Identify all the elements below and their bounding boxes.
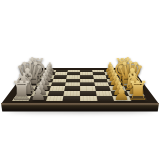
- board-squares-grid: [12, 69, 149, 100]
- board-square[interactable]: [80, 90, 96, 95]
- board-square[interactable]: [40, 75, 54, 78]
- board-square[interactable]: [120, 78, 136, 82]
- board-square[interactable]: [94, 82, 109, 86]
- board-square[interactable]: [46, 95, 64, 100]
- board-square[interactable]: [48, 90, 65, 95]
- board-square[interactable]: [34, 86, 51, 90]
- board-square[interactable]: [122, 82, 139, 86]
- board-square[interactable]: [95, 90, 112, 95]
- board-square[interactable]: [66, 78, 80, 82]
- board-square[interactable]: [124, 86, 142, 90]
- board-square[interactable]: [80, 82, 95, 86]
- board-square[interactable]: [65, 86, 80, 90]
- board-square[interactable]: [129, 95, 149, 100]
- chess-board: [1, 67, 159, 103]
- board-square[interactable]: [51, 82, 66, 86]
- board-square[interactable]: [29, 95, 48, 100]
- board-square[interactable]: [96, 95, 114, 100]
- board-square[interactable]: [65, 82, 80, 86]
- board-square[interactable]: [80, 78, 94, 82]
- board-square[interactable]: [53, 75, 67, 78]
- board-square[interactable]: [38, 78, 53, 82]
- board-square[interactable]: [126, 90, 145, 95]
- board-square[interactable]: [49, 86, 65, 90]
- board-square[interactable]: [118, 75, 133, 78]
- board-front-edge: [1, 103, 159, 112]
- board-square[interactable]: [64, 90, 80, 95]
- board-square[interactable]: [31, 90, 49, 95]
- chess-set-photo: ♜♞♝♛♚♝♞♜♟♟♟♟♟♟♟♟♟♟♟♟♟♟♟♟♜♞♝♛♚♝♞♜: [0, 0, 160, 160]
- board-square[interactable]: [52, 78, 67, 82]
- board-square[interactable]: [63, 95, 80, 100]
- board-square[interactable]: [36, 82, 52, 86]
- board-square[interactable]: [80, 75, 93, 78]
- board-square[interactable]: [95, 86, 111, 90]
- board-square[interactable]: [80, 86, 95, 90]
- board-square[interactable]: [80, 95, 97, 100]
- board-square[interactable]: [67, 75, 80, 78]
